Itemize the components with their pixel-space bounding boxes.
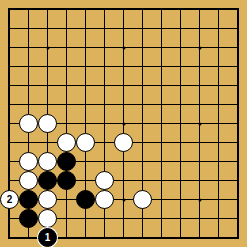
move-number-label: 2: [7, 195, 13, 205]
go-diagram: 21: [0, 0, 247, 247]
stone-black-B2[interactable]: [19, 209, 38, 228]
stone-white-C5[interactable]: [38, 152, 57, 171]
stone-white-G6[interactable]: [114, 133, 133, 152]
stone-white-C2[interactable]: [38, 209, 57, 228]
stone-white-D6[interactable]: [57, 133, 76, 152]
stone-white-C7[interactable]: [38, 114, 57, 133]
stone-white-B7[interactable]: [19, 114, 38, 133]
stone-white-F3[interactable]: [95, 190, 114, 209]
stone-white-F4[interactable]: [95, 171, 114, 190]
stone-black-C4[interactable]: [38, 171, 57, 190]
stone-white-C3[interactable]: [38, 190, 57, 209]
go-board[interactable]: 21: [0, 0, 247, 247]
stone-black-C1[interactable]: 1: [38, 228, 57, 247]
stone-black-B3[interactable]: [19, 190, 38, 209]
stone-white-E6[interactable]: [76, 133, 95, 152]
stone-white-H3[interactable]: [133, 190, 152, 209]
board-cells: 21: [0, 0, 247, 247]
stone-black-D4[interactable]: [57, 171, 76, 190]
stone-white-B5[interactable]: [19, 152, 38, 171]
stone-black-D5[interactable]: [57, 152, 76, 171]
move-number-label: 1: [45, 233, 51, 243]
stone-white-A3[interactable]: 2: [0, 190, 19, 209]
stone-black-E3[interactable]: [76, 190, 95, 209]
stone-white-B4[interactable]: [19, 171, 38, 190]
